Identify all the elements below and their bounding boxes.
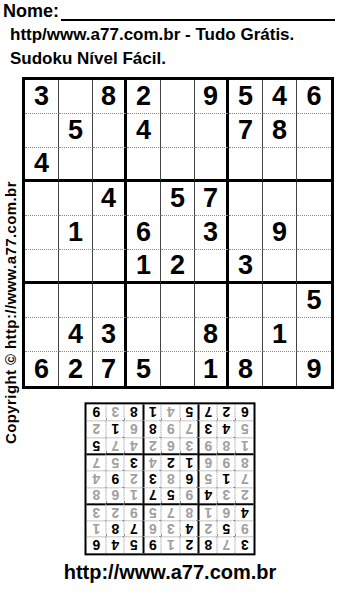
puzzle-cell-r6c2 xyxy=(59,250,93,284)
puzzle-cell-r6c6 xyxy=(195,250,229,284)
solution-cell-r7c7: 4 xyxy=(124,437,143,454)
solution-cell-r5c2: 1 xyxy=(217,470,236,487)
solution-cell-r8c8: 1 xyxy=(106,421,125,438)
puzzle-cell-r8c7 xyxy=(229,318,263,352)
puzzle-cell-r8c9 xyxy=(297,318,331,352)
puzzle-cell-r8c3: 3 xyxy=(93,318,127,352)
puzzle-cell-r7c5 xyxy=(161,284,195,318)
puzzle-cell-r3c1: 4 xyxy=(25,148,59,182)
solution-cell-r4c4: 9 xyxy=(180,487,199,504)
solution-cell-r3c8: 2 xyxy=(106,504,125,521)
solution-cell-r7c9: 5 xyxy=(87,437,106,454)
solution-cell-r1c2: 7 xyxy=(217,537,236,554)
site-tagline: http/www.a77.com.br - Tudo Grátis. xyxy=(10,25,294,45)
solution-cell-r1c4: 2 xyxy=(180,537,199,554)
puzzle-cell-r9c6: 1 xyxy=(195,352,229,386)
solution-cell-r7c1: 1 xyxy=(235,437,254,454)
sudoku-print-page: Nome: http/www.a77.com.br - Tudo Grátis.… xyxy=(0,0,340,596)
puzzle-cell-r7c3 xyxy=(93,284,127,318)
puzzle-cell-r6c8 xyxy=(263,250,297,284)
solution-cell-r9c3: 7 xyxy=(198,404,217,421)
solution-cell-r6c7: 3 xyxy=(124,454,143,471)
solution-cell-r9c4: 5 xyxy=(180,404,199,421)
solution-cell-r7c2: 8 xyxy=(217,437,236,454)
solution-cell-r7c5: 6 xyxy=(161,437,180,454)
puzzle-cell-r3c3 xyxy=(93,148,127,182)
name-row: Nome: xyxy=(3,1,335,21)
solution-cell-r1c6: 9 xyxy=(143,537,162,554)
puzzle-cell-r1c8: 4 xyxy=(263,80,297,114)
solution-cell-r6c6: 4 xyxy=(143,454,162,471)
solution-cell-r2c1: 9 xyxy=(235,520,254,537)
puzzle-cell-r9c3: 7 xyxy=(93,352,127,386)
solution-cell-r9c1: 6 xyxy=(235,404,254,421)
puzzle-cell-r5c9 xyxy=(297,216,331,250)
puzzle-cell-r5c3 xyxy=(93,216,127,250)
puzzle-cell-r7c7 xyxy=(229,284,263,318)
puzzle-cell-r5c1 xyxy=(25,216,59,250)
solution-cell-r2c7: 7 xyxy=(124,520,143,537)
puzzle-cell-r7c9: 5 xyxy=(297,284,331,318)
solution-cell-r5c6: 3 xyxy=(143,470,162,487)
puzzle-cell-r2c1 xyxy=(25,114,59,148)
solution-cell-r8c9: 2 xyxy=(87,421,106,438)
solution-cell-r5c5: 8 xyxy=(161,470,180,487)
puzzle-cell-r6c5: 2 xyxy=(161,250,195,284)
solution-cell-r7c6: 2 xyxy=(143,437,162,454)
solution-cell-r3c1: 4 xyxy=(235,504,254,521)
solution-cell-r7c8: 7 xyxy=(106,437,125,454)
solution-cell-r1c1: 3 xyxy=(235,537,254,554)
solution-cell-r6c9: 7 xyxy=(87,454,106,471)
puzzle-cell-r9c8 xyxy=(263,352,297,386)
puzzle-cell-r1c3: 8 xyxy=(93,80,127,114)
puzzle-cell-r3c2 xyxy=(59,148,93,182)
puzzle-cell-r3c5 xyxy=(161,148,195,182)
puzzle-cell-r6c7: 3 xyxy=(229,250,263,284)
solution-cell-r3c5: 7 xyxy=(161,504,180,521)
puzzle-cell-r2c8: 8 xyxy=(263,114,297,148)
solution-cell-r1c3: 8 xyxy=(198,537,217,554)
puzzle-cell-r6c3 xyxy=(93,250,127,284)
puzzle-cell-r5c6: 3 xyxy=(195,216,229,250)
solution-cell-r2c8: 8 xyxy=(106,520,125,537)
solution-cell-r6c2: 9 xyxy=(217,454,236,471)
solution-cell-r1c9: 6 xyxy=(87,537,106,554)
puzzle-cell-r7c8 xyxy=(263,284,297,318)
puzzle-cell-r4c1 xyxy=(25,182,59,216)
solution-cell-r2c6: 6 xyxy=(143,520,162,537)
solution-cell-r8c1: 5 xyxy=(235,421,254,438)
name-label: Nome: xyxy=(3,1,59,21)
puzzle-cell-r2c9 xyxy=(297,114,331,148)
solution-cell-r7c4: 3 xyxy=(180,437,199,454)
puzzle-cell-r3c9 xyxy=(297,148,331,182)
solution-cell-r3c9: 3 xyxy=(87,504,106,521)
puzzle-cell-r8c8: 1 xyxy=(263,318,297,352)
puzzle-cell-r1c5 xyxy=(161,80,195,114)
puzzle-cell-r8c1 xyxy=(25,318,59,352)
puzzle-cell-r9c2: 2 xyxy=(59,352,93,386)
puzzle-cell-r2c4: 4 xyxy=(127,114,161,148)
solution-cell-r1c8: 4 xyxy=(106,537,125,554)
puzzle-cell-r1c1: 3 xyxy=(25,80,59,114)
puzzle-cell-r8c6: 8 xyxy=(195,318,229,352)
solution-cell-r4c9: 8 xyxy=(87,487,106,504)
puzzle-cell-r4c7 xyxy=(229,182,263,216)
puzzle-level-title: Sudoku Nível Fácil. xyxy=(10,49,166,69)
solution-cell-r6c5: 2 xyxy=(161,454,180,471)
puzzle-cell-r2c2: 5 xyxy=(59,114,93,148)
solution-cell-r5c9: 4 xyxy=(87,470,106,487)
puzzle-cell-r9c4: 5 xyxy=(127,352,161,386)
puzzle-cell-r8c4 xyxy=(127,318,161,352)
solution-cell-r8c5: 9 xyxy=(161,421,180,438)
puzzle-cell-r5c7 xyxy=(229,216,263,250)
puzzle-cell-r8c2: 4 xyxy=(59,318,93,352)
sudoku-solution-grid-upside-down: 3782195469524367814618759232349571687156… xyxy=(85,402,256,555)
solution-cell-r5c8: 9 xyxy=(106,470,125,487)
puzzle-cell-r6c9 xyxy=(297,250,331,284)
puzzle-cell-r1c6: 9 xyxy=(195,80,229,114)
solution-cell-r5c1: 7 xyxy=(235,470,254,487)
solution-cell-r8c3: 3 xyxy=(198,421,217,438)
puzzle-cell-r2c3 xyxy=(93,114,127,148)
puzzle-cell-r3c8 xyxy=(263,148,297,182)
solution-cell-r8c4: 7 xyxy=(180,421,199,438)
solution-cell-r4c2: 3 xyxy=(217,487,236,504)
puzzle-cell-r4c4 xyxy=(127,182,161,216)
puzzle-cell-r6c1 xyxy=(25,250,59,284)
puzzle-cell-r1c4: 2 xyxy=(127,80,161,114)
puzzle-cell-r9c9: 9 xyxy=(297,352,331,386)
puzzle-cell-r9c5 xyxy=(161,352,195,386)
solution-cell-r9c5: 4 xyxy=(161,404,180,421)
puzzle-cell-r2c6 xyxy=(195,114,229,148)
solution-cell-r8c6: 8 xyxy=(143,421,162,438)
puzzle-cell-r7c6 xyxy=(195,284,229,318)
solution-cell-r8c2: 4 xyxy=(217,421,236,438)
puzzle-cell-r5c4: 6 xyxy=(127,216,161,250)
sudoku-puzzle-grid: 3829546547844571639123543816275189 xyxy=(22,77,334,389)
puzzle-cell-r2c7: 7 xyxy=(229,114,263,148)
puzzle-cell-r7c2 xyxy=(59,284,93,318)
puzzle-cell-r7c4 xyxy=(127,284,161,318)
puzzle-cell-r3c4 xyxy=(127,148,161,182)
solution-cell-r9c2: 2 xyxy=(217,404,236,421)
solution-cell-r2c4: 4 xyxy=(180,520,199,537)
solution-cell-r5c7: 2 xyxy=(124,470,143,487)
solution-cell-r5c3: 5 xyxy=(198,470,217,487)
puzzle-cell-r9c7: 8 xyxy=(229,352,263,386)
puzzle-cell-r1c7: 5 xyxy=(229,80,263,114)
solution-cell-r3c2: 6 xyxy=(217,504,236,521)
solution-cell-r3c6: 5 xyxy=(143,504,162,521)
solution-cell-r3c3: 1 xyxy=(198,504,217,521)
puzzle-cell-r4c3: 4 xyxy=(93,182,127,216)
puzzle-cell-r1c9: 6 xyxy=(297,80,331,114)
solution-cell-r7c3: 9 xyxy=(198,437,217,454)
solution-cell-r9c6: 1 xyxy=(143,404,162,421)
solution-cell-r3c7: 9 xyxy=(124,504,143,521)
puzzle-cell-r4c9 xyxy=(297,182,331,216)
puzzle-cell-r5c5 xyxy=(161,216,195,250)
puzzle-cell-r4c2 xyxy=(59,182,93,216)
solution-cell-r6c3: 6 xyxy=(198,454,217,471)
solution-cell-r4c7: 1 xyxy=(124,487,143,504)
solution-cell-r4c5: 5 xyxy=(161,487,180,504)
puzzle-cell-r3c7 xyxy=(229,148,263,182)
solution-cell-r6c4: 1 xyxy=(180,454,199,471)
puzzle-cell-r4c8 xyxy=(263,182,297,216)
solution-cell-r4c1: 2 xyxy=(235,487,254,504)
puzzle-cell-r9c1: 6 xyxy=(25,352,59,386)
solution-cell-r8c7: 6 xyxy=(124,421,143,438)
solution-cell-r2c2: 5 xyxy=(217,520,236,537)
solution-cell-r2c5: 3 xyxy=(161,520,180,537)
puzzle-cell-r7c1 xyxy=(25,284,59,318)
solution-cell-r5c4: 6 xyxy=(180,470,199,487)
solution-cell-r9c8: 3 xyxy=(106,404,125,421)
puzzle-cell-r2c5 xyxy=(161,114,195,148)
solution-cell-r3c4: 8 xyxy=(180,504,199,521)
solution-cell-r9c9: 9 xyxy=(87,404,106,421)
puzzle-cell-r3c6 xyxy=(195,148,229,182)
puzzle-cell-r4c6: 7 xyxy=(195,182,229,216)
solution-cell-r2c9: 1 xyxy=(87,520,106,537)
solution-cell-r1c7: 5 xyxy=(124,537,143,554)
footer-url: http://www.a77.com.br xyxy=(0,561,340,584)
puzzle-cell-r5c2: 1 xyxy=(59,216,93,250)
solution-cell-r4c3: 4 xyxy=(198,487,217,504)
puzzle-cell-r5c8: 9 xyxy=(263,216,297,250)
puzzle-cell-r6c4: 1 xyxy=(127,250,161,284)
copyright-vertical-text: Copyright © http://www.a77.com.br xyxy=(2,181,19,444)
solution-cell-r2c3: 2 xyxy=(198,520,217,537)
puzzle-cell-r1c2 xyxy=(59,80,93,114)
puzzle-cell-r4c5: 5 xyxy=(161,182,195,216)
solution-cell-r4c6: 7 xyxy=(143,487,162,504)
puzzle-cell-r8c5 xyxy=(161,318,195,352)
solution-cell-r1c5: 1 xyxy=(161,537,180,554)
solution-cell-r6c1: 8 xyxy=(235,454,254,471)
solution-cell-r9c7: 8 xyxy=(124,404,143,421)
solution-cell-r4c8: 6 xyxy=(106,487,125,504)
name-blank-line xyxy=(61,2,335,21)
solution-cell-r6c8: 5 xyxy=(106,454,125,471)
